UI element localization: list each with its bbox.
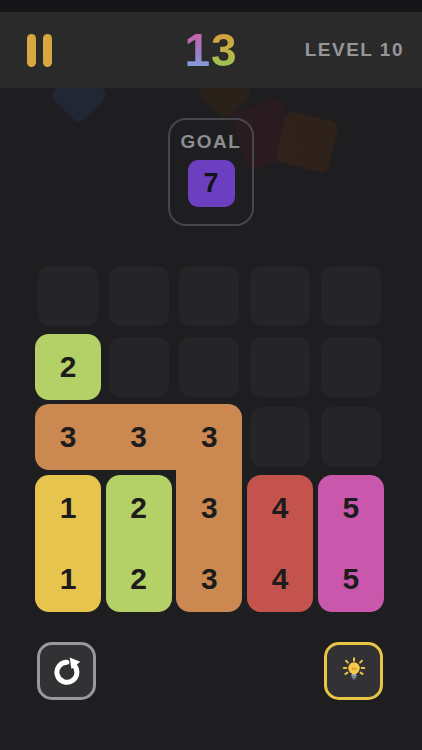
tile-number: 3 — [35, 404, 101, 470]
goal-label: GOAL — [181, 131, 242, 153]
status-bar — [0, 0, 422, 12]
game-board: 23333311224455 — [35, 263, 384, 612]
goal-value: 7 — [203, 168, 218, 199]
goal-panel: GOAL 7 — [168, 118, 254, 226]
background-decor-tile — [275, 110, 340, 174]
restart-button[interactable] — [37, 642, 96, 700]
tile-piece-4[interactable]: 44 — [35, 263, 384, 612]
level-label: LEVEL 10 — [305, 12, 404, 88]
tile-piece-2[interactable]: 22 — [35, 263, 384, 612]
tile-number: 1 — [35, 475, 101, 541]
tile-number: 2 — [106, 475, 172, 541]
hint-button[interactable] — [324, 642, 383, 700]
restart-arrow-icon — [52, 656, 82, 686]
tile-number: 5 — [318, 475, 384, 541]
tile-piece-3[interactable]: 33333 — [35, 263, 384, 612]
tile-number: 3 — [176, 404, 242, 470]
tile-number: 3 — [176, 475, 242, 541]
tile-piece-2[interactable]: 2 — [35, 263, 384, 612]
score-digit: 1 — [184, 23, 211, 77]
tile-piece-5[interactable]: 55 — [35, 263, 384, 612]
tile-piece-1[interactable]: 11 — [35, 263, 384, 612]
game-screen: 1 3 LEVEL 10 GOAL 7 23333311224455 — [0, 0, 422, 750]
header-bar: 1 3 LEVEL 10 — [0, 12, 422, 88]
tile-number: 1 — [35, 546, 101, 612]
tile-number: 2 — [106, 546, 172, 612]
tile-number: 2 — [35, 334, 101, 400]
score-digit: 3 — [211, 23, 238, 77]
tile-number: 5 — [318, 546, 384, 612]
tile-number: 4 — [247, 546, 313, 612]
tile-number: 3 — [176, 546, 242, 612]
hint-lightbulb-icon — [340, 657, 368, 685]
board-tiles: 23333311224455 — [35, 263, 384, 612]
tile-number: 4 — [247, 475, 313, 541]
goal-tile: 7 — [188, 160, 235, 207]
tile-number: 3 — [106, 404, 172, 470]
